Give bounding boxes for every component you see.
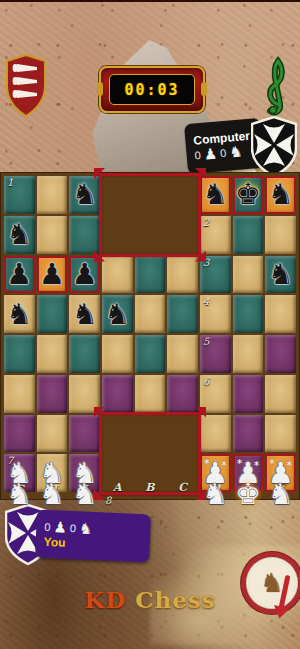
square-c2[interactable]: [265, 216, 296, 254]
square-c1[interactable]: ♞: [69, 176, 100, 214]
computer-captured-row: 0 ♟ 0 ♞: [194, 142, 255, 163]
knight-icon: ♞: [229, 143, 244, 160]
square-e5[interactable]: [37, 375, 68, 413]
black-knight[interactable]: ♞: [4, 216, 35, 254]
game-timer: 00:03: [99, 66, 205, 113]
knight-icon: ♞: [79, 520, 93, 537]
computer-crest-shield: [251, 116, 297, 177]
you-captured-pawn-count: 0: [44, 519, 51, 535]
three-horns-icon: [13, 64, 37, 98]
square-f3[interactable]: ♞: [69, 295, 100, 333]
kd-chess-app: 00:03 Computer 0 ♟ 0 ♞ 1: [0, 0, 300, 649]
square-e4[interactable]: [37, 335, 68, 373]
square-i2[interactable]: [167, 256, 198, 294]
square-i5[interactable]: [167, 375, 198, 413]
you-player-panel: 0 ♟ 0 ♞ You: [35, 510, 151, 563]
black-pawn[interactable]: ♟: [37, 256, 68, 294]
computer-captured-knight-count: 0: [220, 145, 227, 161]
square-h5[interactable]: [135, 375, 166, 413]
square-c3[interactable]: ♞: [265, 256, 296, 294]
black-knight[interactable]: ♞: [102, 295, 133, 333]
top-edge-strip: [0, 0, 300, 2]
square-a3[interactable]: 3: [200, 256, 231, 294]
black-king[interactable]: ♚: [233, 176, 264, 214]
square-d4[interactable]: [4, 335, 35, 373]
knight-seal-stamp: ♞: [246, 557, 298, 609]
timer-screen: 00:03: [109, 74, 195, 105]
black-knight[interactable]: ♞: [69, 295, 100, 333]
file-label: A: [102, 481, 133, 494]
square-g4[interactable]: [102, 335, 133, 373]
square-c5[interactable]: [265, 335, 296, 373]
square-d2[interactable]: ♟: [4, 256, 35, 294]
square-f5[interactable]: [69, 375, 100, 413]
square-h2[interactable]: [135, 256, 166, 294]
you-captured-knight-count: 0: [70, 520, 77, 536]
black-knight[interactable]: ♞: [265, 256, 296, 294]
square-h4[interactable]: [135, 335, 166, 373]
square-f6[interactable]: [69, 415, 100, 453]
rank-label: 2: [203, 217, 209, 228]
rank-label: 4: [203, 296, 209, 307]
square-a4[interactable]: 4: [200, 295, 231, 333]
horns-shield-button[interactable]: [6, 54, 46, 117]
computer-captured-pawn-count: 0: [194, 147, 201, 163]
square-h3[interactable]: [135, 295, 166, 333]
black-pawn[interactable]: ♟: [4, 256, 35, 294]
square-b5[interactable]: [233, 335, 264, 373]
file-label: B: [135, 481, 166, 494]
black-knight[interactable]: ♞: [200, 176, 231, 214]
music-toggle-button[interactable]: [261, 55, 297, 119]
square-g6[interactable]: [200, 415, 231, 453]
black-knight[interactable]: ♞: [69, 176, 100, 214]
square-g5[interactable]: [102, 375, 133, 413]
square-b3[interactable]: [233, 256, 264, 294]
app-title-kd: KD: [84, 586, 135, 613]
black-knight[interactable]: ♞: [4, 295, 35, 333]
square-b1[interactable]: [37, 176, 68, 214]
black-pawn[interactable]: ♟: [69, 256, 100, 294]
square-i1[interactable]: [69, 216, 100, 254]
you-name: You: [43, 535, 142, 553]
treble-clef-icon: [270, 61, 282, 113]
square-f4[interactable]: [69, 335, 100, 373]
rank-label: 5: [203, 336, 209, 347]
square-c6[interactable]: [265, 375, 296, 413]
file-label: C: [167, 481, 198, 494]
square-a1[interactable]: 1: [4, 176, 35, 214]
rank-label: 8: [105, 495, 111, 506]
square-a5[interactable]: 5: [200, 335, 231, 373]
rank-label: 6: [203, 376, 209, 387]
square-b6[interactable]: [233, 375, 264, 413]
square-d1[interactable]: ♞: [200, 176, 231, 214]
square-f1[interactable]: ♞: [265, 176, 296, 214]
square-e6[interactable]: [37, 415, 68, 453]
square-g3[interactable]: ♞: [102, 295, 133, 333]
square-d3[interactable]: ♞: [4, 295, 35, 333]
square-h1[interactable]: [37, 216, 68, 254]
rank-label: 3: [203, 257, 209, 268]
seal-ring: [247, 558, 297, 608]
square-e2[interactable]: ♟: [37, 256, 68, 294]
square-i6[interactable]: [265, 415, 296, 453]
square-g2[interactable]: [102, 256, 133, 294]
shield-shape: [7, 55, 45, 116]
square-a6[interactable]: 6: [200, 375, 231, 413]
pawn-icon: ♟: [203, 146, 218, 163]
app-title-chess: Chess: [135, 586, 216, 613]
square-b4[interactable]: [233, 295, 264, 333]
pawn-icon: ♟: [53, 519, 67, 536]
rank-label: 1: [7, 177, 13, 188]
square-e1[interactable]: ♚: [233, 176, 264, 214]
king-zone-highlight: [99, 173, 201, 257]
square-d6[interactable]: [4, 415, 35, 453]
square-e3[interactable]: [37, 295, 68, 333]
square-a2[interactable]: 2: [200, 216, 231, 254]
square-c4[interactable]: [265, 295, 296, 333]
square-i4[interactable]: [167, 335, 198, 373]
square-i3[interactable]: [167, 295, 198, 333]
square-d5[interactable]: [4, 375, 35, 413]
board: 1♞♞♚♞♞2♟♟♟3♞♞♞♞4567♞♞♞♟♟♟♞♞♞8ABCD♞E♚F♞GH…: [0, 172, 300, 500]
square-h6[interactable]: [233, 415, 264, 453]
square-g1[interactable]: ♞: [4, 216, 35, 254]
square-b2[interactable]: [233, 216, 264, 254]
square-f2[interactable]: ♟: [69, 256, 100, 294]
timer-value: 00:03: [124, 81, 179, 99]
black-knight[interactable]: ♞: [265, 176, 296, 214]
